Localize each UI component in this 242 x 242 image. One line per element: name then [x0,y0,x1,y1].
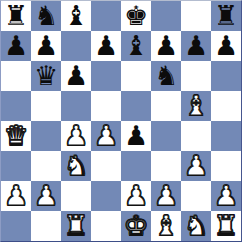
square-h1[interactable]: ♜ [211,211,241,241]
square-g7[interactable]: ♟ [181,31,211,61]
square-g8[interactable] [181,1,211,31]
square-e3[interactable] [121,151,151,181]
square-e1[interactable]: ♚ [121,211,151,241]
square-a7[interactable]: ♟ [1,31,31,61]
square-g6[interactable] [181,61,211,91]
white-king-piece[interactable]: ♚ [124,211,148,241]
square-g3[interactable]: ♟ [181,151,211,181]
square-a4[interactable]: ♛ [1,121,31,151]
square-b5[interactable] [31,91,61,121]
square-c1[interactable]: ♜ [61,211,91,241]
white-bishop-piece[interactable]: ♝ [184,91,208,121]
black-knight-piece[interactable]: ♞ [34,1,58,31]
square-h2[interactable]: ♟ [211,181,241,211]
square-f7[interactable]: ♟ [151,31,181,61]
square-a2[interactable]: ♟ [1,181,31,211]
square-g5[interactable]: ♝ [181,91,211,121]
white-rook-piece[interactable]: ♜ [214,211,238,241]
white-knight-piece[interactable]: ♞ [184,211,208,241]
square-d3[interactable] [91,151,121,181]
square-f1[interactable]: ♝ [151,211,181,241]
white-pawn-piece[interactable]: ♟ [214,181,238,211]
white-pawn-piece[interactable]: ♟ [34,181,58,211]
square-b4[interactable] [31,121,61,151]
black-pawn-piece[interactable]: ♟ [154,31,178,61]
black-pawn-piece[interactable]: ♟ [34,31,58,61]
square-g1[interactable]: ♞ [181,211,211,241]
square-c6[interactable]: ♟ [61,61,91,91]
square-f2[interactable]: ♟ [151,181,181,211]
square-b6[interactable]: ♛ [31,61,61,91]
black-pawn-piece[interactable]: ♟ [94,31,118,61]
white-pawn-piece[interactable]: ♟ [154,181,178,211]
square-e4[interactable]: ♟ [121,121,151,151]
square-d4[interactable]: ♟ [91,121,121,151]
square-d6[interactable] [91,61,121,91]
black-queen-piece[interactable]: ♛ [34,61,58,91]
square-f5[interactable] [151,91,181,121]
black-rook-piece[interactable]: ♜ [4,1,28,31]
square-c5[interactable] [61,91,91,121]
black-pawn-piece[interactable]: ♟ [4,31,28,61]
square-g2[interactable] [181,181,211,211]
square-c2[interactable] [61,181,91,211]
black-pawn-piece[interactable]: ♟ [124,121,148,151]
square-a5[interactable] [1,91,31,121]
square-f8[interactable] [151,1,181,31]
square-b7[interactable]: ♟ [31,31,61,61]
square-e2[interactable]: ♟ [121,181,151,211]
square-h8[interactable]: ♜ [211,1,241,31]
square-h6[interactable] [211,61,241,91]
square-e5[interactable] [121,91,151,121]
square-f6[interactable]: ♞ [151,61,181,91]
white-pawn-piece[interactable]: ♟ [124,181,148,211]
black-pawn-piece[interactable]: ♟ [184,31,208,61]
square-d1[interactable] [91,211,121,241]
square-c8[interactable]: ♝ [61,1,91,31]
square-d2[interactable] [91,181,121,211]
square-d5[interactable] [91,91,121,121]
square-a3[interactable] [1,151,31,181]
square-h5[interactable] [211,91,241,121]
square-h4[interactable] [211,121,241,151]
square-d8[interactable] [91,1,121,31]
square-b2[interactable]: ♟ [31,181,61,211]
white-knight-piece[interactable]: ♞ [64,151,88,181]
black-bishop-piece[interactable]: ♝ [124,31,148,61]
square-e7[interactable]: ♝ [121,31,151,61]
white-rook-piece[interactable]: ♜ [64,211,88,241]
black-pawn-piece[interactable]: ♟ [214,31,238,61]
black-knight-piece[interactable]: ♞ [154,61,178,91]
square-c4[interactable]: ♟ [61,121,91,151]
square-e6[interactable] [121,61,151,91]
square-a6[interactable] [1,61,31,91]
black-bishop-piece[interactable]: ♝ [64,1,88,31]
square-f4[interactable] [151,121,181,151]
square-f3[interactable] [151,151,181,181]
white-pawn-piece[interactable]: ♟ [184,151,208,181]
square-d7[interactable]: ♟ [91,31,121,61]
square-b8[interactable]: ♞ [31,1,61,31]
square-b3[interactable] [31,151,61,181]
square-c7[interactable] [61,31,91,61]
white-pawn-piece[interactable]: ♟ [4,181,28,211]
chess-board: ♜♞♝♚♜♟♟♟♝♟♟♟♛♟♞♝♛♟♟♟♞♟♟♟♟♟♟♜♚♝♞♜ [0,0,242,242]
black-rook-piece[interactable]: ♜ [214,1,238,31]
white-pawn-piece[interactable]: ♟ [64,121,88,151]
white-bishop-piece[interactable]: ♝ [154,211,178,241]
black-king-piece[interactable]: ♚ [124,1,148,31]
square-b1[interactable] [31,211,61,241]
square-h7[interactable]: ♟ [211,31,241,61]
square-a8[interactable]: ♜ [1,1,31,31]
square-c3[interactable]: ♞ [61,151,91,181]
white-queen-piece[interactable]: ♛ [4,121,28,151]
square-g4[interactable] [181,121,211,151]
black-pawn-piece[interactable]: ♟ [64,61,88,91]
square-a1[interactable] [1,211,31,241]
white-pawn-piece[interactable]: ♟ [94,121,118,151]
square-e8[interactable]: ♚ [121,1,151,31]
square-h3[interactable] [211,151,241,181]
